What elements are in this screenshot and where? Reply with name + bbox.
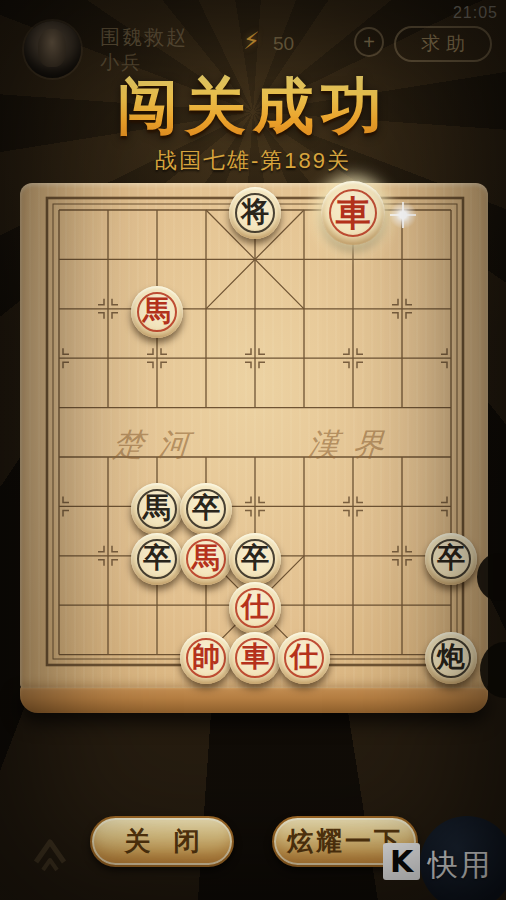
piece-glyph: 卒 — [437, 544, 465, 572]
watermark-text: 快用 — [428, 845, 492, 886]
piece-glyph: 将 — [241, 198, 269, 226]
black-卒-piece[interactable]: 卒 — [425, 533, 477, 585]
piece-glyph: 仕 — [290, 643, 318, 671]
black-卒-piece[interactable]: 卒 — [131, 533, 183, 585]
piece-glyph: 炮 — [437, 643, 465, 671]
river-label-right: 漢界 — [282, 424, 425, 466]
piece-glyph: 馬 — [143, 494, 171, 522]
red-馬-piece[interactable]: 馬 — [131, 286, 183, 338]
piece-glyph: 車 — [336, 195, 371, 230]
black-卒-piece[interactable]: 卒 — [180, 483, 232, 535]
mission-name: 围魏救赵 — [100, 24, 188, 51]
piece-glyph: 仕 — [241, 593, 269, 621]
red-車-piece[interactable]: 車 — [229, 632, 281, 684]
clock-time: 21:05 — [453, 4, 498, 22]
chevron-up-icon[interactable] — [30, 834, 70, 878]
help-button[interactable]: 求助 — [394, 26, 492, 62]
black-将-piece[interactable]: 将 — [229, 187, 281, 239]
red-仕-piece[interactable]: 仕 — [229, 582, 281, 634]
success-title: 闯关成功 — [0, 66, 506, 148]
move-sparkle-icon — [389, 201, 417, 229]
red-馬-piece[interactable]: 馬 — [180, 533, 232, 585]
piece-glyph: 帥 — [192, 643, 220, 671]
red-仕-piece[interactable]: 仕 — [278, 632, 330, 684]
screen: 21:05 围魏救赵 小兵 ⚡ 50 + 求助 闯关成功 战国七雄-第189关 … — [0, 0, 506, 900]
piece-glyph: 馬 — [192, 544, 220, 572]
black-卒-piece[interactable]: 卒 — [229, 533, 281, 585]
piece-glyph: 馬 — [143, 297, 171, 325]
energy-value: 50 — [273, 33, 294, 55]
piece-glyph: 卒 — [192, 494, 220, 522]
piece-glyph: 卒 — [241, 544, 269, 572]
red-車-piece[interactable]: 車 — [321, 181, 385, 245]
stage-subtitle: 战国七雄-第189关 — [0, 146, 506, 176]
river-label-left: 楚河 — [87, 424, 230, 466]
piece-glyph: 卒 — [143, 544, 171, 572]
piece-glyph: 車 — [241, 643, 269, 671]
watermark-logo-icon: K — [383, 843, 420, 880]
black-炮-piece[interactable]: 炮 — [425, 632, 477, 684]
board-bevel — [20, 686, 488, 713]
avatar-face-icon — [38, 29, 66, 67]
black-馬-piece[interactable]: 馬 — [131, 483, 183, 535]
add-energy-button[interactable]: + — [354, 27, 384, 57]
red-帥-piece[interactable]: 帥 — [180, 632, 232, 684]
close-button[interactable]: 关 闭 — [90, 816, 234, 867]
lightning-icon: ⚡ — [243, 27, 260, 55]
